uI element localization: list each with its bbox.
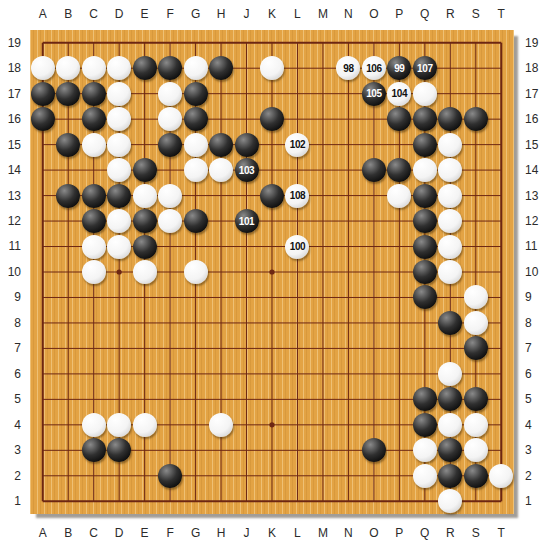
- intersection-T6[interactable]: [489, 361, 514, 386]
- intersection-M5[interactable]: [310, 387, 335, 412]
- intersection-H12[interactable]: [208, 208, 233, 233]
- intersection-B13[interactable]: [55, 183, 80, 208]
- intersection-S18[interactable]: [463, 55, 488, 80]
- intersection-S12[interactable]: [463, 208, 488, 233]
- intersection-N7[interactable]: [336, 336, 361, 361]
- intersection-L17[interactable]: [285, 81, 310, 106]
- intersection-P8[interactable]: [387, 310, 412, 335]
- intersection-Q7[interactable]: [412, 336, 437, 361]
- intersection-T15[interactable]: [489, 132, 514, 157]
- intersection-J8[interactable]: [234, 310, 259, 335]
- intersection-K16[interactable]: [259, 106, 284, 131]
- intersection-D9[interactable]: [106, 285, 131, 310]
- intersection-S1[interactable]: [463, 489, 488, 514]
- intersection-E15[interactable]: [132, 132, 157, 157]
- intersection-H7[interactable]: [208, 336, 233, 361]
- intersection-L2[interactable]: [285, 463, 310, 488]
- intersection-G6[interactable]: [183, 361, 208, 386]
- intersection-H16[interactable]: [208, 106, 233, 131]
- intersection-Q10[interactable]: [412, 259, 437, 284]
- intersection-R17[interactable]: [438, 81, 463, 106]
- intersection-M19[interactable]: [310, 30, 335, 55]
- intersection-C17[interactable]: [81, 81, 106, 106]
- intersection-P15[interactable]: [387, 132, 412, 157]
- intersection-B17[interactable]: [55, 81, 80, 106]
- intersection-R1[interactable]: [438, 489, 463, 514]
- intersection-N10[interactable]: [336, 259, 361, 284]
- intersection-K8[interactable]: [259, 310, 284, 335]
- intersection-A12[interactable]: [30, 208, 55, 233]
- intersection-L15[interactable]: 102: [285, 132, 310, 157]
- intersection-T4[interactable]: [489, 412, 514, 437]
- intersection-E16[interactable]: [132, 106, 157, 131]
- intersection-E18[interactable]: [132, 55, 157, 80]
- intersection-S7[interactable]: [463, 336, 488, 361]
- intersection-M12[interactable]: [310, 208, 335, 233]
- intersection-O19[interactable]: [361, 30, 386, 55]
- intersection-T18[interactable]: [489, 55, 514, 80]
- intersection-L16[interactable]: [285, 106, 310, 131]
- intersection-S17[interactable]: [463, 81, 488, 106]
- intersection-E7[interactable]: [132, 336, 157, 361]
- intersection-S5[interactable]: [463, 387, 488, 412]
- intersection-C9[interactable]: [81, 285, 106, 310]
- intersection-P17[interactable]: 104: [387, 81, 412, 106]
- intersection-S15[interactable]: [463, 132, 488, 157]
- intersection-S3[interactable]: [463, 438, 488, 463]
- intersection-E8[interactable]: [132, 310, 157, 335]
- intersection-J1[interactable]: [234, 489, 259, 514]
- intersection-R2[interactable]: [438, 463, 463, 488]
- intersection-O18[interactable]: 106: [361, 55, 386, 80]
- intersection-G10[interactable]: [183, 259, 208, 284]
- intersection-E5[interactable]: [132, 387, 157, 412]
- intersection-O8[interactable]: [361, 310, 386, 335]
- intersection-F5[interactable]: [157, 387, 182, 412]
- intersection-C3[interactable]: [81, 438, 106, 463]
- intersection-B18[interactable]: [55, 55, 80, 80]
- intersection-J11[interactable]: [234, 234, 259, 259]
- intersection-D14[interactable]: [106, 157, 131, 182]
- intersection-H18[interactable]: [208, 55, 233, 80]
- intersection-B11[interactable]: [55, 234, 80, 259]
- intersection-R16[interactable]: [438, 106, 463, 131]
- intersection-A10[interactable]: [30, 259, 55, 284]
- intersection-E4[interactable]: [132, 412, 157, 437]
- intersection-H10[interactable]: [208, 259, 233, 284]
- intersection-T11[interactable]: [489, 234, 514, 259]
- intersection-D13[interactable]: [106, 183, 131, 208]
- intersection-G7[interactable]: [183, 336, 208, 361]
- intersection-J18[interactable]: [234, 55, 259, 80]
- intersection-C13[interactable]: [81, 183, 106, 208]
- intersection-E11[interactable]: [132, 234, 157, 259]
- intersection-L1[interactable]: [285, 489, 310, 514]
- intersection-O13[interactable]: [361, 183, 386, 208]
- intersection-E2[interactable]: [132, 463, 157, 488]
- intersection-T5[interactable]: [489, 387, 514, 412]
- intersection-L18[interactable]: [285, 55, 310, 80]
- intersection-O11[interactable]: [361, 234, 386, 259]
- intersection-Q4[interactable]: [412, 412, 437, 437]
- intersection-G19[interactable]: [183, 30, 208, 55]
- intersection-P4[interactable]: [387, 412, 412, 437]
- intersection-M15[interactable]: [310, 132, 335, 157]
- intersection-M13[interactable]: [310, 183, 335, 208]
- intersection-H17[interactable]: [208, 81, 233, 106]
- intersection-H2[interactable]: [208, 463, 233, 488]
- intersection-T1[interactable]: [489, 489, 514, 514]
- intersection-B7[interactable]: [55, 336, 80, 361]
- intersection-Q11[interactable]: [412, 234, 437, 259]
- intersection-E17[interactable]: [132, 81, 157, 106]
- intersection-J15[interactable]: [234, 132, 259, 157]
- intersection-C6[interactable]: [81, 361, 106, 386]
- intersection-L3[interactable]: [285, 438, 310, 463]
- intersection-P11[interactable]: [387, 234, 412, 259]
- intersection-F14[interactable]: [157, 157, 182, 182]
- intersection-G18[interactable]: [183, 55, 208, 80]
- intersection-N14[interactable]: [336, 157, 361, 182]
- intersection-A8[interactable]: [30, 310, 55, 335]
- intersection-H13[interactable]: [208, 183, 233, 208]
- intersection-C19[interactable]: [81, 30, 106, 55]
- intersection-N12[interactable]: [336, 208, 361, 233]
- intersection-M10[interactable]: [310, 259, 335, 284]
- intersection-G15[interactable]: [183, 132, 208, 157]
- intersection-O1[interactable]: [361, 489, 386, 514]
- intersection-P13[interactable]: [387, 183, 412, 208]
- intersection-K2[interactable]: [259, 463, 284, 488]
- intersection-P14[interactable]: [387, 157, 412, 182]
- intersection-N13[interactable]: [336, 183, 361, 208]
- intersection-O7[interactable]: [361, 336, 386, 361]
- intersection-B2[interactable]: [55, 463, 80, 488]
- intersection-A19[interactable]: [30, 30, 55, 55]
- intersection-T3[interactable]: [489, 438, 514, 463]
- intersection-G16[interactable]: [183, 106, 208, 131]
- intersection-E13[interactable]: [132, 183, 157, 208]
- intersection-B10[interactable]: [55, 259, 80, 284]
- intersection-H9[interactable]: [208, 285, 233, 310]
- intersection-A17[interactable]: [30, 81, 55, 106]
- intersection-N3[interactable]: [336, 438, 361, 463]
- intersection-L14[interactable]: [285, 157, 310, 182]
- intersection-M3[interactable]: [310, 438, 335, 463]
- intersection-F15[interactable]: [157, 132, 182, 157]
- intersection-J14[interactable]: 103: [234, 157, 259, 182]
- intersection-N17[interactable]: [336, 81, 361, 106]
- intersection-F9[interactable]: [157, 285, 182, 310]
- intersection-G9[interactable]: [183, 285, 208, 310]
- intersection-B1[interactable]: [55, 489, 80, 514]
- intersection-E1[interactable]: [132, 489, 157, 514]
- intersection-K18[interactable]: [259, 55, 284, 80]
- intersection-B8[interactable]: [55, 310, 80, 335]
- intersection-C7[interactable]: [81, 336, 106, 361]
- intersection-G5[interactable]: [183, 387, 208, 412]
- intersection-R15[interactable]: [438, 132, 463, 157]
- intersection-B12[interactable]: [55, 208, 80, 233]
- intersection-B4[interactable]: [55, 412, 80, 437]
- intersection-T14[interactable]: [489, 157, 514, 182]
- intersection-K13[interactable]: [259, 183, 284, 208]
- intersection-F19[interactable]: [157, 30, 182, 55]
- intersection-R5[interactable]: [438, 387, 463, 412]
- intersection-O3[interactable]: [361, 438, 386, 463]
- intersection-Q18[interactable]: 107: [412, 55, 437, 80]
- intersection-D2[interactable]: [106, 463, 131, 488]
- intersection-L19[interactable]: [285, 30, 310, 55]
- intersection-O16[interactable]: [361, 106, 386, 131]
- intersection-Q6[interactable]: [412, 361, 437, 386]
- intersection-F2[interactable]: [157, 463, 182, 488]
- intersection-P2[interactable]: [387, 463, 412, 488]
- intersection-E6[interactable]: [132, 361, 157, 386]
- intersection-R10[interactable]: [438, 259, 463, 284]
- intersection-M18[interactable]: [310, 55, 335, 80]
- intersection-P3[interactable]: [387, 438, 412, 463]
- intersection-O5[interactable]: [361, 387, 386, 412]
- intersection-L12[interactable]: [285, 208, 310, 233]
- intersection-N19[interactable]: [336, 30, 361, 55]
- intersection-S9[interactable]: [463, 285, 488, 310]
- intersection-T2[interactable]: [489, 463, 514, 488]
- intersection-O6[interactable]: [361, 361, 386, 386]
- intersection-K6[interactable]: [259, 361, 284, 386]
- intersection-D7[interactable]: [106, 336, 131, 361]
- intersection-K1[interactable]: [259, 489, 284, 514]
- intersection-C5[interactable]: [81, 387, 106, 412]
- intersection-B19[interactable]: [55, 30, 80, 55]
- intersection-Q15[interactable]: [412, 132, 437, 157]
- intersection-N16[interactable]: [336, 106, 361, 131]
- intersection-R4[interactable]: [438, 412, 463, 437]
- intersection-M7[interactable]: [310, 336, 335, 361]
- intersection-H6[interactable]: [208, 361, 233, 386]
- intersection-K14[interactable]: [259, 157, 284, 182]
- intersection-E12[interactable]: [132, 208, 157, 233]
- intersection-D1[interactable]: [106, 489, 131, 514]
- intersection-P5[interactable]: [387, 387, 412, 412]
- intersection-F17[interactable]: [157, 81, 182, 106]
- intersection-J16[interactable]: [234, 106, 259, 131]
- intersection-P10[interactable]: [387, 259, 412, 284]
- intersection-G12[interactable]: [183, 208, 208, 233]
- intersection-A6[interactable]: [30, 361, 55, 386]
- intersection-A11[interactable]: [30, 234, 55, 259]
- intersection-K17[interactable]: [259, 81, 284, 106]
- intersection-M6[interactable]: [310, 361, 335, 386]
- intersection-P12[interactable]: [387, 208, 412, 233]
- intersection-S4[interactable]: [463, 412, 488, 437]
- intersection-F11[interactable]: [157, 234, 182, 259]
- intersection-H14[interactable]: [208, 157, 233, 182]
- intersection-J4[interactable]: [234, 412, 259, 437]
- intersection-Q12[interactable]: [412, 208, 437, 233]
- intersection-P6[interactable]: [387, 361, 412, 386]
- intersection-K7[interactable]: [259, 336, 284, 361]
- intersection-R18[interactable]: [438, 55, 463, 80]
- intersection-N4[interactable]: [336, 412, 361, 437]
- intersection-H4[interactable]: [208, 412, 233, 437]
- intersection-S2[interactable]: [463, 463, 488, 488]
- intersection-G3[interactable]: [183, 438, 208, 463]
- intersection-J5[interactable]: [234, 387, 259, 412]
- intersection-F10[interactable]: [157, 259, 182, 284]
- intersection-D8[interactable]: [106, 310, 131, 335]
- intersection-R7[interactable]: [438, 336, 463, 361]
- intersection-G4[interactable]: [183, 412, 208, 437]
- intersection-L8[interactable]: [285, 310, 310, 335]
- intersection-N15[interactable]: [336, 132, 361, 157]
- intersection-F12[interactable]: [157, 208, 182, 233]
- intersection-R12[interactable]: [438, 208, 463, 233]
- intersection-J7[interactable]: [234, 336, 259, 361]
- intersection-S10[interactable]: [463, 259, 488, 284]
- intersection-H8[interactable]: [208, 310, 233, 335]
- intersection-A1[interactable]: [30, 489, 55, 514]
- intersection-A16[interactable]: [30, 106, 55, 131]
- intersection-G13[interactable]: [183, 183, 208, 208]
- intersection-Q8[interactable]: [412, 310, 437, 335]
- intersection-C15[interactable]: [81, 132, 106, 157]
- intersection-P9[interactable]: [387, 285, 412, 310]
- intersection-E14[interactable]: [132, 157, 157, 182]
- intersection-F8[interactable]: [157, 310, 182, 335]
- intersection-G1[interactable]: [183, 489, 208, 514]
- intersection-P1[interactable]: [387, 489, 412, 514]
- intersection-K10[interactable]: [259, 259, 284, 284]
- intersection-R8[interactable]: [438, 310, 463, 335]
- intersection-P7[interactable]: [387, 336, 412, 361]
- intersection-T13[interactable]: [489, 183, 514, 208]
- intersection-Q19[interactable]: [412, 30, 437, 55]
- intersection-O12[interactable]: [361, 208, 386, 233]
- intersection-E3[interactable]: [132, 438, 157, 463]
- intersection-D18[interactable]: [106, 55, 131, 80]
- intersection-A2[interactable]: [30, 463, 55, 488]
- intersection-K4[interactable]: [259, 412, 284, 437]
- intersection-G2[interactable]: [183, 463, 208, 488]
- intersection-C18[interactable]: [81, 55, 106, 80]
- intersection-C8[interactable]: [81, 310, 106, 335]
- intersection-T9[interactable]: [489, 285, 514, 310]
- intersection-L10[interactable]: [285, 259, 310, 284]
- intersection-O4[interactable]: [361, 412, 386, 437]
- intersection-J12[interactable]: 101: [234, 208, 259, 233]
- intersection-F7[interactable]: [157, 336, 182, 361]
- intersection-Q13[interactable]: [412, 183, 437, 208]
- intersection-Q14[interactable]: [412, 157, 437, 182]
- intersection-J9[interactable]: [234, 285, 259, 310]
- intersection-N5[interactable]: [336, 387, 361, 412]
- intersection-G11[interactable]: [183, 234, 208, 259]
- intersection-N6[interactable]: [336, 361, 361, 386]
- intersection-E9[interactable]: [132, 285, 157, 310]
- intersection-M4[interactable]: [310, 412, 335, 437]
- intersection-O10[interactable]: [361, 259, 386, 284]
- intersection-J17[interactable]: [234, 81, 259, 106]
- intersection-F13[interactable]: [157, 183, 182, 208]
- intersection-R13[interactable]: [438, 183, 463, 208]
- intersection-L11[interactable]: 100: [285, 234, 310, 259]
- intersection-A9[interactable]: [30, 285, 55, 310]
- intersection-E10[interactable]: [132, 259, 157, 284]
- intersection-D11[interactable]: [106, 234, 131, 259]
- intersection-B14[interactable]: [55, 157, 80, 182]
- intersection-M1[interactable]: [310, 489, 335, 514]
- intersection-F1[interactable]: [157, 489, 182, 514]
- intersection-M8[interactable]: [310, 310, 335, 335]
- intersection-F16[interactable]: [157, 106, 182, 131]
- intersection-Q17[interactable]: [412, 81, 437, 106]
- intersection-K3[interactable]: [259, 438, 284, 463]
- intersection-D16[interactable]: [106, 106, 131, 131]
- intersection-C11[interactable]: [81, 234, 106, 259]
- intersection-D19[interactable]: [106, 30, 131, 55]
- intersection-T7[interactable]: [489, 336, 514, 361]
- intersection-D12[interactable]: [106, 208, 131, 233]
- intersection-J19[interactable]: [234, 30, 259, 55]
- intersection-J10[interactable]: [234, 259, 259, 284]
- intersection-A15[interactable]: [30, 132, 55, 157]
- intersection-C12[interactable]: [81, 208, 106, 233]
- intersection-D15[interactable]: [106, 132, 131, 157]
- intersection-K15[interactable]: [259, 132, 284, 157]
- intersection-G14[interactable]: [183, 157, 208, 182]
- intersection-G8[interactable]: [183, 310, 208, 335]
- intersection-C4[interactable]: [81, 412, 106, 437]
- intersection-R3[interactable]: [438, 438, 463, 463]
- intersection-F6[interactable]: [157, 361, 182, 386]
- intersection-A14[interactable]: [30, 157, 55, 182]
- intersection-H3[interactable]: [208, 438, 233, 463]
- intersection-B16[interactable]: [55, 106, 80, 131]
- intersection-Q1[interactable]: [412, 489, 437, 514]
- intersection-T8[interactable]: [489, 310, 514, 335]
- intersection-D17[interactable]: [106, 81, 131, 106]
- intersection-N9[interactable]: [336, 285, 361, 310]
- intersection-C2[interactable]: [81, 463, 106, 488]
- intersection-M14[interactable]: [310, 157, 335, 182]
- intersection-B6[interactable]: [55, 361, 80, 386]
- intersection-N1[interactable]: [336, 489, 361, 514]
- intersection-R9[interactable]: [438, 285, 463, 310]
- intersection-A7[interactable]: [30, 336, 55, 361]
- intersection-Q3[interactable]: [412, 438, 437, 463]
- intersection-N8[interactable]: [336, 310, 361, 335]
- intersection-K19[interactable]: [259, 30, 284, 55]
- intersection-K9[interactable]: [259, 285, 284, 310]
- intersection-G17[interactable]: [183, 81, 208, 106]
- intersection-B5[interactable]: [55, 387, 80, 412]
- intersection-H1[interactable]: [208, 489, 233, 514]
- intersection-A4[interactable]: [30, 412, 55, 437]
- intersection-M2[interactable]: [310, 463, 335, 488]
- intersection-T19[interactable]: [489, 30, 514, 55]
- intersection-K11[interactable]: [259, 234, 284, 259]
- intersection-R14[interactable]: [438, 157, 463, 182]
- intersection-D5[interactable]: [106, 387, 131, 412]
- intersection-Q16[interactable]: [412, 106, 437, 131]
- intersection-J2[interactable]: [234, 463, 259, 488]
- intersection-O15[interactable]: [361, 132, 386, 157]
- intersection-J13[interactable]: [234, 183, 259, 208]
- intersection-C10[interactable]: [81, 259, 106, 284]
- intersection-H11[interactable]: [208, 234, 233, 259]
- intersection-R6[interactable]: [438, 361, 463, 386]
